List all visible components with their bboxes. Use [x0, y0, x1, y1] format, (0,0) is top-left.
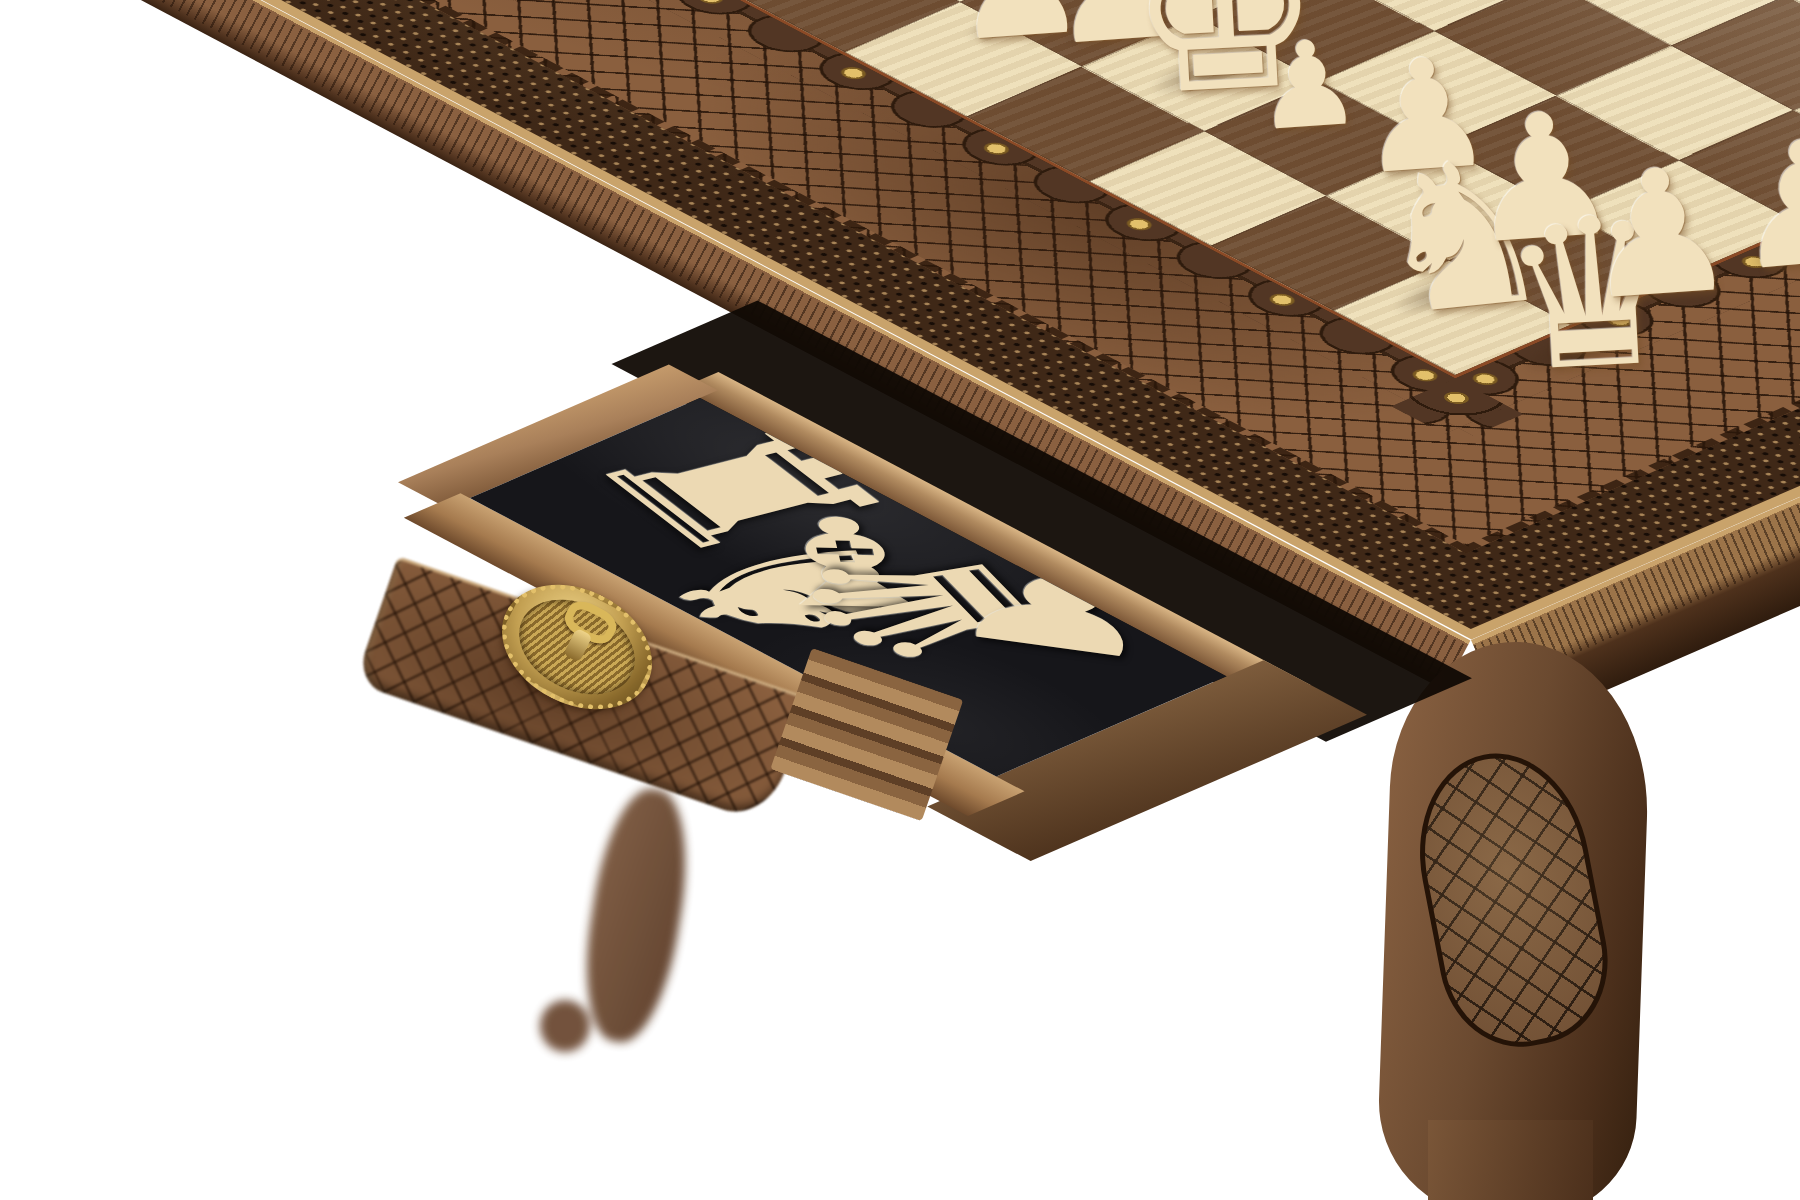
product-photo-chess-table: ♟ ♟ ♚ ♟ ♟ ♞ ♟ ♛ ♟ ♟ ♜ ♞ ♝ ♛ ♟ [0, 0, 1800, 1200]
front-leg-toe [540, 1000, 590, 1052]
front-cabriole-leg [0, 0, 1800, 1200]
